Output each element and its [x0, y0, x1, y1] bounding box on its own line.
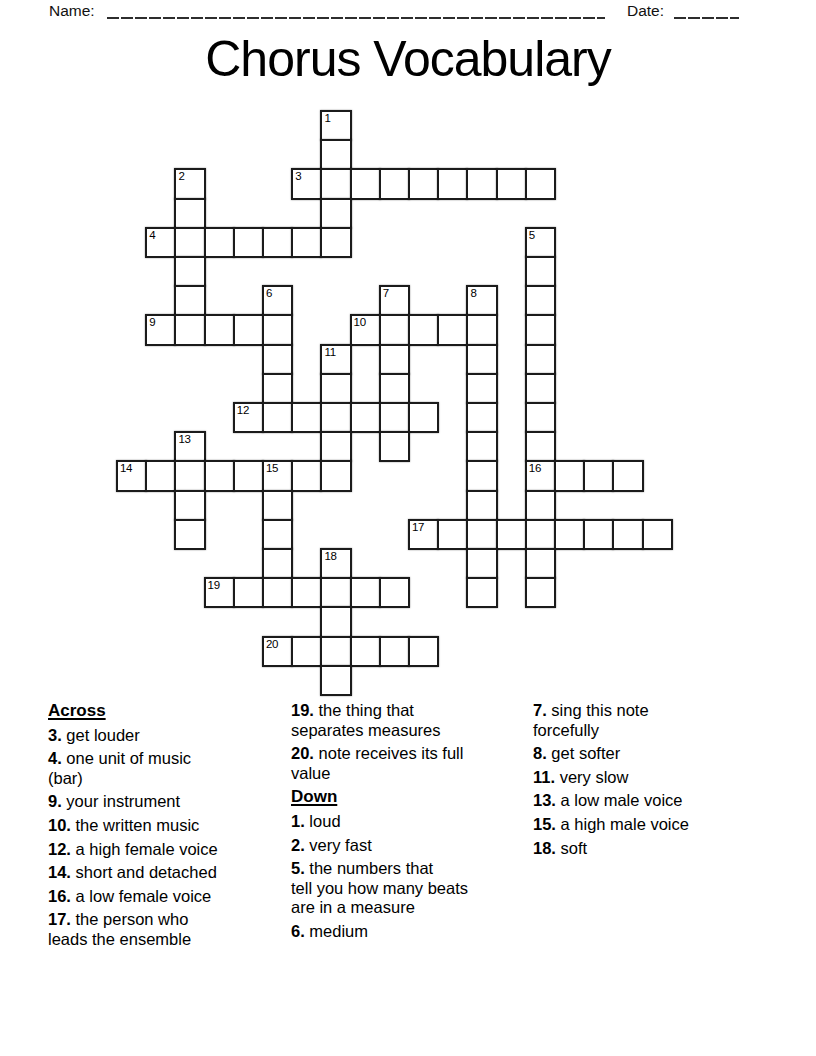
clue-text: short and detached [76, 863, 217, 881]
cell-number: 2 [178, 170, 184, 182]
grid-cell-r16c14[interactable] [525, 577, 556, 608]
grid-cell-r10c12[interactable] [466, 402, 497, 433]
clue-7: 7. sing this note forcefully [533, 701, 779, 740]
grid-cell-r18c8[interactable] [350, 636, 381, 667]
grid-cell-r12c0[interactable]: 14 [116, 460, 147, 491]
clue-17: 17. the person who leads the ensemble [48, 910, 294, 949]
grid-cell-r1c7[interactable] [320, 139, 351, 170]
grid-cell-r4c1[interactable]: 4 [145, 227, 176, 258]
grid-cell-r2c2[interactable]: 2 [174, 168, 205, 199]
grid-cell-r18c5[interactable]: 20 [262, 636, 293, 667]
clue-number: 6. [291, 922, 305, 940]
grid-cell-r14c16[interactable] [583, 519, 614, 550]
clue-column-3: 7. sing this note forcefully8. get softe… [533, 701, 779, 862]
clue-text: a high female voice [76, 840, 218, 858]
clue-14: 14. short and detached [48, 863, 294, 883]
clue-number: 10. [48, 816, 71, 834]
clue-number: 19. [291, 701, 314, 719]
grid-cell-r11c7[interactable] [320, 431, 351, 462]
grid-cell-r7c11[interactable] [437, 314, 468, 345]
clue-column-1: Across3. get louder4. one unit of music … [48, 701, 294, 954]
grid-cell-r6c9[interactable]: 7 [379, 285, 410, 316]
grid-cell-r13c14[interactable] [525, 490, 556, 521]
grid-cell-r10c4[interactable]: 12 [233, 402, 264, 433]
grid-cell-r10c5[interactable] [262, 402, 293, 433]
grid-cell-r16c7[interactable] [320, 577, 351, 608]
grid-cell-r2c11[interactable] [437, 168, 468, 199]
clue-column-2: 19. the thing that separates measures20.… [291, 701, 537, 946]
clue-number: 11. [533, 768, 555, 786]
clue-1: 1. loud [291, 812, 537, 832]
clue-6: 6. medium [291, 922, 537, 942]
clue-3: 3. get louder [48, 726, 294, 746]
clue-number: 9. [48, 792, 62, 810]
grid-cell-r4c2[interactable] [174, 227, 205, 258]
grid-cell-r12c15[interactable] [554, 460, 585, 491]
cell-number: 17 [412, 521, 424, 533]
name-fill-line[interactable] [107, 17, 605, 19]
clue-text: get softer [551, 744, 620, 762]
grid-cell-r12c12[interactable] [466, 460, 497, 491]
grid-cell-r7c14[interactable] [525, 314, 556, 345]
clue-text: sing this note forcefully [533, 701, 649, 739]
grid-cell-r11c14[interactable] [525, 431, 556, 462]
clue-text: very slow [560, 768, 629, 786]
grid-cell-r5c2[interactable] [174, 256, 205, 287]
clue-number: 14. [48, 863, 71, 881]
clue-number: 1. [291, 812, 305, 830]
grid-cell-r17c7[interactable] [320, 606, 351, 637]
grid-cell-r7c8[interactable]: 10 [350, 314, 381, 345]
grid-cell-r14c14[interactable] [525, 519, 556, 550]
clue-12: 12. a high female voice [48, 840, 294, 860]
grid-cell-r2c6[interactable]: 3 [291, 168, 322, 199]
grid-cell-r16c6[interactable] [291, 577, 322, 608]
clue-15: 15. a high male voice [533, 815, 779, 835]
grid-cell-r6c5[interactable]: 6 [262, 285, 293, 316]
clue-text: one unit of music (bar) [48, 749, 191, 787]
clue-10: 10. the written music [48, 816, 294, 836]
grid-cell-r4c3[interactable] [204, 227, 235, 258]
clue-text: get louder [66, 726, 139, 744]
grid-cell-r9c9[interactable] [379, 373, 410, 404]
grid-cell-r14c18[interactable] [642, 519, 673, 550]
grid-cell-r15c12[interactable] [466, 548, 497, 579]
cell-number: 12 [237, 404, 249, 416]
grid-cell-r3c7[interactable] [320, 198, 351, 229]
grid-cell-r10c10[interactable] [408, 402, 439, 433]
grid-cell-r15c5[interactable] [262, 548, 293, 579]
clue-number: 13. [533, 791, 556, 809]
grid-cell-r2c7[interactable] [320, 168, 351, 199]
clue-number: 15. [533, 815, 556, 833]
clue-number: 2. [291, 836, 305, 854]
grid-cell-r8c7[interactable]: 11 [320, 344, 351, 375]
grid-cell-r16c5[interactable] [262, 577, 293, 608]
grid-cell-r6c2[interactable] [174, 285, 205, 316]
grid-cell-r4c4[interactable] [233, 227, 264, 258]
cell-number: 9 [149, 316, 155, 328]
grid-cell-r12c2[interactable] [174, 460, 205, 491]
grid-cell-r14c2[interactable] [174, 519, 205, 550]
clue-text: loud [309, 812, 340, 830]
grid-cell-r10c14[interactable] [525, 402, 556, 433]
grid-cell-r10c7[interactable] [320, 402, 351, 433]
grid-cell-r8c5[interactable] [262, 344, 293, 375]
clue-number: 7. [533, 701, 547, 719]
clue-text: a low female voice [76, 887, 212, 905]
clue-18: 18. soft [533, 839, 779, 859]
clue-19: 19. the thing that separates measures [291, 701, 537, 740]
grid-cell-r12c16[interactable] [583, 460, 614, 491]
grid-cell-r12c3[interactable] [204, 460, 235, 491]
cell-number: 16 [529, 462, 541, 474]
grid-cell-r2c13[interactable] [496, 168, 527, 199]
grid-cell-r13c12[interactable] [466, 490, 497, 521]
cell-number: 4 [149, 229, 155, 241]
grid-cell-r19c7[interactable] [320, 665, 351, 696]
clue-text: your instrument [66, 792, 180, 810]
grid-cell-r7c9[interactable] [379, 314, 410, 345]
grid-cell-r9c14[interactable] [525, 373, 556, 404]
grid-cell-r14c15[interactable] [554, 519, 585, 550]
grid-cell-r4c14[interactable]: 5 [525, 227, 556, 258]
clue-text: a high male voice [561, 815, 689, 833]
clue-4: 4. one unit of music (bar) [48, 749, 294, 788]
cell-number: 7 [383, 287, 389, 299]
clue-number: 17. [48, 910, 71, 928]
grid-cell-r12c17[interactable] [612, 460, 643, 491]
grid-cell-r16c12[interactable] [466, 577, 497, 608]
date-label: Date: [627, 2, 664, 20]
grid-cell-r6c14[interactable] [525, 285, 556, 316]
name-label: Name: [49, 2, 95, 20]
page-title: Chorus Vocabulary [0, 29, 816, 89]
clue-8: 8. get softer [533, 744, 779, 764]
grid-cell-r16c9[interactable] [379, 577, 410, 608]
grid-cell-r14c11[interactable] [437, 519, 468, 550]
grid-cell-r3c2[interactable] [174, 198, 205, 229]
grid-cell-r4c6[interactable] [291, 227, 322, 258]
grid-cell-r7c10[interactable] [408, 314, 439, 345]
clue-number: 20. [291, 744, 314, 762]
clues-down-header: Down [291, 787, 537, 807]
clue-5: 5. the numbers that tell you how many be… [291, 859, 537, 918]
grid-cell-r2c9[interactable] [379, 168, 410, 199]
grid-cell-r7c1[interactable]: 9 [145, 314, 176, 345]
grid-cell-r16c8[interactable] [350, 577, 381, 608]
grid-cell-r14c5[interactable] [262, 519, 293, 550]
clue-9: 9. your instrument [48, 792, 294, 812]
clue-number: 18. [533, 839, 556, 857]
grid-cell-r7c12[interactable] [466, 314, 497, 345]
grid-cell-r18c10[interactable] [408, 636, 439, 667]
grid-cell-r14c13[interactable] [496, 519, 527, 550]
clue-number: 3. [48, 726, 62, 744]
grid-cell-r9c5[interactable] [262, 373, 293, 404]
crossword-grid: 1234567891011121314151617181920 [116, 110, 673, 696]
grid-cell-r11c9[interactable] [379, 431, 410, 462]
grid-cell-r0c7[interactable]: 1 [320, 110, 351, 141]
cell-number: 20 [266, 638, 278, 650]
cell-number: 18 [324, 550, 336, 562]
clue-text: the written music [76, 816, 200, 834]
clue-number: 12. [48, 840, 71, 858]
grid-cell-r7c3[interactable] [204, 314, 235, 345]
grid-cell-r10c9[interactable] [379, 402, 410, 433]
clue-number: 5. [291, 859, 305, 877]
grid-cell-r7c2[interactable] [174, 314, 205, 345]
clue-text: soft [561, 839, 588, 857]
grid-cell-r16c4[interactable] [233, 577, 264, 608]
clue-number: 8. [533, 744, 547, 762]
grid-cell-r11c2[interactable]: 13 [174, 431, 205, 462]
grid-cell-r10c8[interactable] [350, 402, 381, 433]
grid-cell-r5c14[interactable] [525, 256, 556, 287]
clue-text: very fast [309, 836, 371, 854]
grid-cell-r8c12[interactable] [466, 344, 497, 375]
grid-cell-r14c17[interactable] [612, 519, 643, 550]
grid-cell-r12c7[interactable] [320, 460, 351, 491]
grid-cell-r12c4[interactable] [233, 460, 264, 491]
grid-cell-r12c6[interactable] [291, 460, 322, 491]
grid-cell-r4c5[interactable] [262, 227, 293, 258]
grid-cell-r7c4[interactable] [233, 314, 264, 345]
worksheet-page: Name: Date: Chorus Vocabulary 1234567891… [0, 0, 816, 1056]
clues-across-header: Across [48, 701, 294, 721]
grid-cell-r16c3[interactable]: 19 [204, 577, 235, 608]
grid-cell-r2c8[interactable] [350, 168, 381, 199]
grid-cell-r15c7[interactable]: 18 [320, 548, 351, 579]
clue-number: 16. [48, 887, 71, 905]
grid-cell-r14c10[interactable]: 17 [408, 519, 439, 550]
grid-cell-r11c12[interactable] [466, 431, 497, 462]
cell-number: 13 [178, 433, 190, 445]
cell-number: 6 [266, 287, 272, 299]
date-fill-line[interactable] [674, 17, 739, 19]
cell-number: 11 [324, 346, 335, 358]
cell-number: 14 [120, 462, 132, 474]
grid-cell-r14c12[interactable] [466, 519, 497, 550]
grid-cell-r13c2[interactable] [174, 490, 205, 521]
grid-cell-r13c5[interactable] [262, 490, 293, 521]
grid-cell-r6c12[interactable]: 8 [466, 285, 497, 316]
grid-cell-r12c1[interactable] [145, 460, 176, 491]
grid-cell-r15c14[interactable] [525, 548, 556, 579]
cell-number: 10 [354, 316, 366, 328]
cell-number: 8 [470, 287, 476, 299]
clue-20: 20. note receives its full value [291, 744, 537, 783]
clue-2: 2. very fast [291, 836, 537, 856]
clue-text: the numbers that tell you how many beats… [291, 859, 468, 916]
grid-cell-r8c9[interactable] [379, 344, 410, 375]
clue-13: 13. a low male voice [533, 791, 779, 811]
clue-text: note receives its full value [291, 744, 463, 782]
grid-cell-r2c10[interactable] [408, 168, 439, 199]
cell-number: 19 [208, 579, 220, 591]
grid-cell-r10c6[interactable] [291, 402, 322, 433]
grid-cell-r2c12[interactable] [466, 168, 497, 199]
clue-number: 4. [48, 749, 62, 767]
cell-number: 1 [324, 112, 330, 124]
cell-number: 15 [266, 462, 278, 474]
cell-number: 3 [295, 170, 301, 182]
grid-cell-r12c5[interactable]: 15 [262, 460, 293, 491]
clue-11: 11. very slow [533, 768, 779, 788]
grid-cell-r12c14[interactable]: 16 [525, 460, 556, 491]
grid-cell-r8c14[interactable] [525, 344, 556, 375]
grid-cell-r7c5[interactable] [262, 314, 293, 345]
grid-cell-r2c14[interactable] [525, 168, 556, 199]
clue-16: 16. a low female voice [48, 887, 294, 907]
clue-text: the thing that separates measures [291, 701, 441, 739]
grid-cell-r9c12[interactable] [466, 373, 497, 404]
clue-text: medium [309, 922, 368, 940]
grid-cell-r4c7[interactable] [320, 227, 351, 258]
grid-cell-r18c7[interactable] [320, 636, 351, 667]
grid-cell-r9c7[interactable] [320, 373, 351, 404]
grid-cell-r18c9[interactable] [379, 636, 410, 667]
cell-number: 5 [529, 229, 535, 241]
grid-cell-r18c6[interactable] [291, 636, 322, 667]
clue-text: a low male voice [561, 791, 683, 809]
